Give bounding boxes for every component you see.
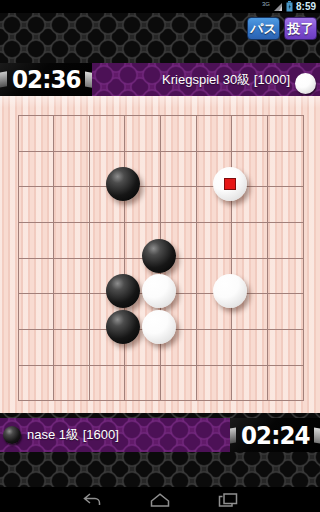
status-time: 8:59 (296, 1, 316, 12)
clock-bevel-left (0, 71, 7, 87)
white-player-clock: 02:36 (0, 63, 92, 96)
battery-icon (286, 1, 293, 12)
home-button[interactable] (149, 492, 171, 508)
app-background: パス 投了 02:36 Kriegspiel 30級 [1000] nase 1… (0, 13, 320, 487)
last-move-marker (224, 178, 236, 190)
black-player-row: nase 1級 [1600] 02:24 (0, 418, 320, 452)
black-player-name: nase 1級 [1600] (27, 426, 119, 444)
signal-icon (273, 2, 283, 12)
screen: 3G 8:59 パス 投了 02:36 Kriegspiel 30級 [1000… (0, 0, 320, 512)
black-stone (142, 239, 176, 273)
grid-line-vertical (267, 115, 268, 401)
white-stone (213, 274, 247, 308)
black-player-bar: nase 1級 [1600] (0, 418, 230, 452)
black-stone (106, 310, 140, 344)
white-player-bar: Kriegspiel 30級 [1000] (92, 63, 320, 96)
white-stone (142, 310, 176, 344)
recents-button[interactable] (217, 492, 239, 508)
recents-icon (218, 493, 238, 507)
grid-line-horizontal (18, 400, 304, 401)
resign-button[interactable]: 投了 (284, 17, 317, 40)
go-board[interactable] (0, 96, 320, 413)
back-button[interactable] (81, 492, 103, 508)
black-player-clock: 02:24 (230, 418, 320, 452)
grid-line-vertical (196, 115, 197, 401)
black-stone (106, 167, 140, 201)
clock-bevel-right (85, 71, 92, 87)
grid-line-vertical (303, 115, 304, 401)
black-stone (106, 274, 140, 308)
white-player-row: 02:36 Kriegspiel 30級 [1000] (0, 63, 320, 96)
black-clock-digits: 02:24 (241, 421, 310, 450)
white-stone (142, 274, 176, 308)
white-stone (213, 167, 247, 201)
grid-line-horizontal (18, 365, 304, 366)
white-player-name: Kriegspiel 30級 [1000] (162, 71, 290, 89)
grid-line-vertical (231, 115, 232, 401)
clock-bevel-right (314, 427, 320, 443)
back-icon (82, 493, 102, 507)
pass-button[interactable]: パス (247, 17, 280, 40)
home-icon (150, 493, 170, 507)
black-stone-icon (3, 426, 21, 444)
white-clock-digits: 02:36 (12, 65, 81, 94)
clock-bevel-left (230, 427, 236, 443)
navigation-bar (0, 487, 320, 512)
network-type-label: 3G (262, 1, 270, 7)
status-bar: 3G 8:59 (0, 0, 320, 13)
action-button-row: パス 投了 (247, 17, 317, 40)
white-stone-icon (295, 73, 316, 94)
